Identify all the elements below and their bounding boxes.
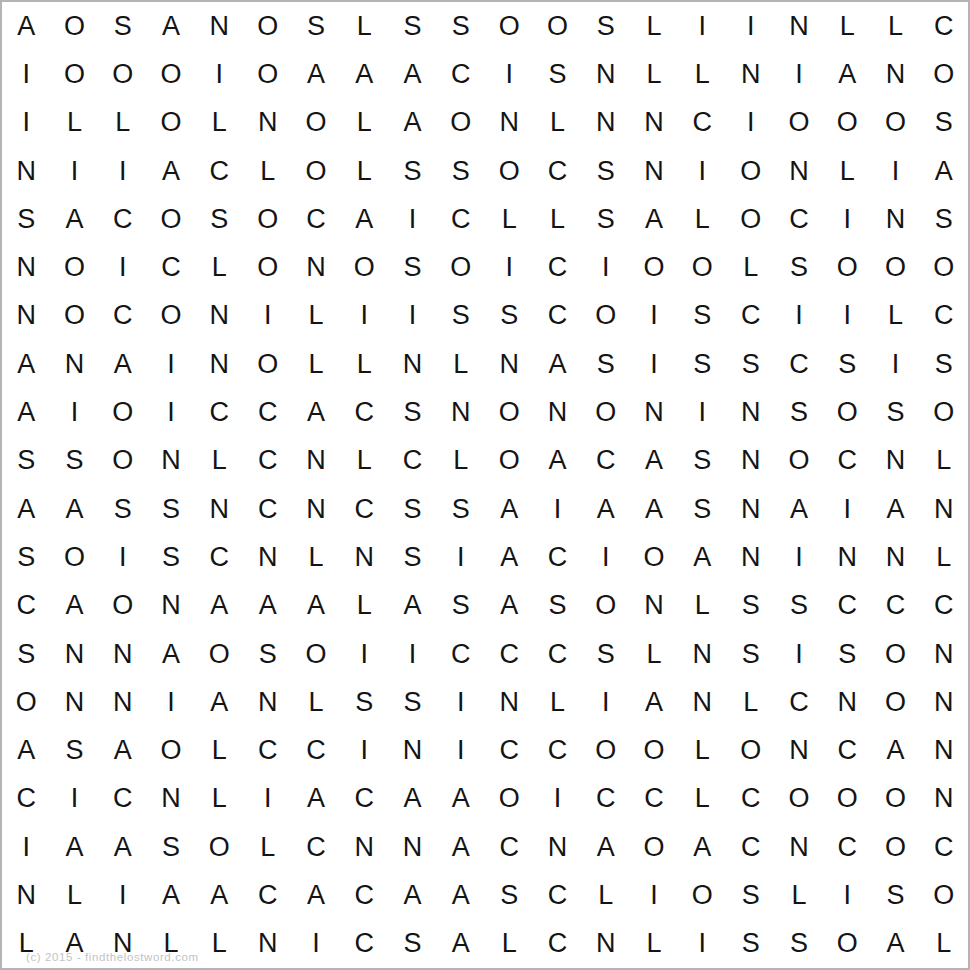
grid-cell[interactable]: O [823,775,871,823]
grid-cell[interactable]: A [437,823,485,871]
grid-cell[interactable]: O [533,2,581,50]
grid-cell[interactable]: I [678,147,726,195]
grid-cell[interactable]: O [50,50,98,98]
grid-cell[interactable]: S [678,340,726,388]
grid-cell[interactable]: L [195,437,243,485]
grid-cell[interactable]: C [582,437,630,485]
grid-cell[interactable]: S [533,50,581,98]
grid-cell[interactable]: C [340,920,388,968]
grid-cell[interactable]: L [726,243,774,291]
grid-cell[interactable]: C [340,871,388,919]
grid-cell[interactable]: O [243,340,291,388]
grid-cell[interactable]: S [582,2,630,50]
grid-cell[interactable]: I [871,147,919,195]
grid-cell[interactable]: L [195,243,243,291]
grid-cell[interactable]: S [147,533,195,581]
grid-cell[interactable]: I [99,243,147,291]
grid-cell[interactable]: A [50,195,98,243]
grid-cell[interactable]: S [726,340,774,388]
grid-cell[interactable]: S [871,871,919,919]
grid-cell[interactable]: O [485,775,533,823]
grid-cell[interactable]: N [388,340,436,388]
grid-cell[interactable]: N [195,2,243,50]
grid-cell[interactable]: N [243,920,291,968]
grid-cell[interactable]: O [340,243,388,291]
grid-cell[interactable]: S [147,485,195,533]
grid-cell[interactable]: N [920,775,968,823]
grid-cell[interactable]: C [775,678,823,726]
grid-cell[interactable]: A [871,920,919,968]
grid-cell[interactable]: S [388,2,436,50]
grid-cell[interactable]: S [437,292,485,340]
grid-cell[interactable]: O [871,243,919,291]
grid-cell[interactable]: L [243,147,291,195]
grid-cell[interactable]: C [533,292,581,340]
grid-cell[interactable]: N [582,50,630,98]
grid-cell[interactable]: A [292,871,340,919]
grid-cell[interactable]: O [920,50,968,98]
grid-cell[interactable]: A [630,437,678,485]
grid-cell[interactable]: I [871,340,919,388]
grid-cell[interactable]: C [2,582,50,630]
grid-cell[interactable]: C [533,630,581,678]
grid-cell[interactable]: I [823,195,871,243]
grid-cell[interactable]: N [340,823,388,871]
grid-cell[interactable]: I [437,726,485,774]
grid-cell[interactable]: C [243,871,291,919]
grid-cell[interactable]: C [99,195,147,243]
grid-cell[interactable]: C [292,195,340,243]
grid-cell[interactable]: O [775,437,823,485]
grid-cell[interactable]: O [630,823,678,871]
grid-cell[interactable]: N [678,678,726,726]
grid-cell[interactable]: A [582,485,630,533]
grid-cell[interactable]: I [2,823,50,871]
grid-cell[interactable]: N [292,485,340,533]
grid-cell[interactable]: L [340,147,388,195]
grid-cell[interactable]: L [195,920,243,968]
grid-cell[interactable]: N [2,243,50,291]
grid-cell[interactable]: N [147,437,195,485]
grid-cell[interactable]: C [243,726,291,774]
grid-cell[interactable]: I [388,195,436,243]
grid-cell[interactable]: L [195,99,243,147]
grid-cell[interactable]: L [920,920,968,968]
grid-cell[interactable]: I [437,678,485,726]
grid-cell[interactable]: A [485,533,533,581]
grid-cell[interactable]: C [243,485,291,533]
grid-cell[interactable]: N [871,50,919,98]
grid-cell[interactable]: O [823,243,871,291]
grid-cell[interactable]: S [920,99,968,147]
grid-cell[interactable]: A [99,726,147,774]
grid-cell[interactable]: O [582,388,630,436]
grid-cell[interactable]: O [147,50,195,98]
grid-cell[interactable]: N [726,533,774,581]
grid-cell[interactable]: C [823,726,871,774]
grid-cell[interactable]: A [678,533,726,581]
grid-cell[interactable]: O [726,147,774,195]
grid-cell[interactable]: O [243,2,291,50]
grid-cell[interactable]: S [50,726,98,774]
grid-cell[interactable]: C [243,388,291,436]
grid-cell[interactable]: A [388,775,436,823]
grid-cell[interactable]: I [50,388,98,436]
grid-cell[interactable]: O [147,726,195,774]
grid-cell[interactable]: L [678,726,726,774]
grid-cell[interactable]: C [775,340,823,388]
grid-cell[interactable]: S [388,678,436,726]
grid-cell[interactable]: C [243,437,291,485]
grid-cell[interactable]: O [823,99,871,147]
grid-cell[interactable]: L [195,726,243,774]
grid-cell[interactable]: I [50,147,98,195]
grid-cell[interactable]: L [533,678,581,726]
grid-cell[interactable]: A [388,50,436,98]
grid-cell[interactable]: C [726,823,774,871]
grid-cell[interactable]: S [775,582,823,630]
grid-cell[interactable]: I [388,292,436,340]
grid-cell[interactable]: A [775,485,823,533]
grid-cell[interactable]: I [340,292,388,340]
grid-cell[interactable]: O [195,630,243,678]
grid-cell[interactable]: A [437,775,485,823]
grid-cell[interactable]: O [678,243,726,291]
grid-cell[interactable]: C [823,437,871,485]
grid-cell[interactable]: S [50,437,98,485]
grid-cell[interactable]: C [99,775,147,823]
grid-cell[interactable]: S [2,630,50,678]
grid-cell[interactable]: C [823,823,871,871]
grid-cell[interactable]: L [630,920,678,968]
grid-cell[interactable]: N [292,437,340,485]
grid-cell[interactable]: O [582,292,630,340]
grid-cell[interactable]: I [823,292,871,340]
grid-cell[interactable]: L [99,99,147,147]
grid-cell[interactable]: C [195,533,243,581]
grid-cell[interactable]: C [871,582,919,630]
grid-cell[interactable]: L [775,871,823,919]
grid-cell[interactable]: L [340,99,388,147]
grid-cell[interactable]: O [147,195,195,243]
grid-cell[interactable]: O [920,388,968,436]
grid-cell[interactable]: L [292,292,340,340]
grid-cell[interactable]: A [437,920,485,968]
grid-cell[interactable]: O [243,195,291,243]
grid-cell[interactable]: O [871,678,919,726]
grid-cell[interactable]: A [388,871,436,919]
grid-cell[interactable]: N [630,388,678,436]
grid-cell[interactable]: I [340,726,388,774]
grid-cell[interactable]: A [823,50,871,98]
grid-cell[interactable]: A [533,437,581,485]
grid-cell[interactable]: S [147,823,195,871]
grid-cell[interactable]: N [823,533,871,581]
grid-cell[interactable]: A [50,823,98,871]
grid-cell[interactable]: N [50,340,98,388]
grid-cell[interactable]: S [678,485,726,533]
grid-cell[interactable]: S [920,340,968,388]
grid-cell[interactable]: A [871,485,919,533]
grid-cell[interactable]: A [292,388,340,436]
grid-cell[interactable]: L [50,99,98,147]
grid-cell[interactable]: O [582,582,630,630]
grid-cell[interactable]: A [485,485,533,533]
grid-cell[interactable]: C [437,630,485,678]
grid-cell[interactable]: A [2,388,50,436]
grid-cell[interactable]: N [726,50,774,98]
grid-cell[interactable]: I [775,533,823,581]
grid-cell[interactable]: O [99,388,147,436]
grid-cell[interactable]: L [340,582,388,630]
grid-cell[interactable]: A [871,726,919,774]
grid-cell[interactable]: C [340,775,388,823]
grid-cell[interactable]: A [2,340,50,388]
grid-cell[interactable]: N [630,147,678,195]
grid-cell[interactable]: C [775,195,823,243]
grid-cell[interactable]: L [533,195,581,243]
grid-cell[interactable]: I [533,775,581,823]
grid-cell[interactable]: S [340,678,388,726]
grid-cell[interactable]: C [823,582,871,630]
grid-cell[interactable]: I [582,678,630,726]
grid-cell[interactable]: A [147,871,195,919]
grid-cell[interactable]: L [437,340,485,388]
grid-cell[interactable]: C [533,533,581,581]
grid-cell[interactable]: S [388,920,436,968]
grid-cell[interactable]: C [726,292,774,340]
grid-cell[interactable]: S [823,630,871,678]
grid-cell[interactable]: N [871,533,919,581]
grid-cell[interactable]: S [485,292,533,340]
grid-cell[interactable]: C [533,871,581,919]
grid-cell[interactable]: N [2,147,50,195]
grid-cell[interactable]: C [920,582,968,630]
grid-cell[interactable]: A [340,50,388,98]
grid-cell[interactable]: A [630,678,678,726]
grid-cell[interactable]: N [340,533,388,581]
grid-cell[interactable]: L [871,2,919,50]
grid-cell[interactable]: C [920,823,968,871]
grid-cell[interactable]: S [533,582,581,630]
grid-cell[interactable]: N [630,99,678,147]
grid-cell[interactable]: N [243,99,291,147]
grid-cell[interactable]: A [292,50,340,98]
grid-cell[interactable]: N [678,630,726,678]
grid-cell[interactable]: S [726,582,774,630]
grid-cell[interactable]: A [50,485,98,533]
grid-cell[interactable]: A [99,340,147,388]
grid-cell[interactable]: O [50,2,98,50]
grid-cell[interactable]: I [630,292,678,340]
grid-cell[interactable]: A [630,195,678,243]
grid-cell[interactable]: N [147,582,195,630]
grid-cell[interactable]: C [437,50,485,98]
grid-cell[interactable]: A [678,823,726,871]
grid-cell[interactable]: O [871,630,919,678]
grid-cell[interactable]: A [2,726,50,774]
grid-cell[interactable]: N [50,630,98,678]
grid-cell[interactable]: S [726,871,774,919]
grid-cell[interactable]: C [292,823,340,871]
grid-cell[interactable]: I [775,292,823,340]
grid-cell[interactable]: L [292,340,340,388]
grid-cell[interactable]: C [485,823,533,871]
grid-cell[interactable]: L [678,775,726,823]
grid-cell[interactable]: L [340,437,388,485]
grid-cell[interactable]: S [99,485,147,533]
grid-cell[interactable]: O [485,147,533,195]
grid-cell[interactable]: S [388,147,436,195]
grid-cell[interactable]: C [533,726,581,774]
grid-cell[interactable]: O [871,823,919,871]
grid-cell[interactable]: N [292,243,340,291]
grid-cell[interactable]: O [485,437,533,485]
grid-cell[interactable]: C [2,775,50,823]
grid-cell[interactable]: C [340,388,388,436]
grid-cell[interactable]: A [147,2,195,50]
grid-cell[interactable]: I [147,340,195,388]
grid-cell[interactable]: L [437,437,485,485]
grid-cell[interactable]: S [437,147,485,195]
grid-cell[interactable]: N [775,2,823,50]
grid-cell[interactable]: I [147,678,195,726]
grid-cell[interactable]: A [388,582,436,630]
grid-cell[interactable]: N [823,678,871,726]
grid-cell[interactable]: N [243,678,291,726]
grid-cell[interactable]: I [630,871,678,919]
grid-cell[interactable]: I [726,2,774,50]
grid-cell[interactable]: I [50,775,98,823]
grid-cell[interactable]: C [99,292,147,340]
grid-cell[interactable]: S [920,195,968,243]
grid-cell[interactable]: I [243,775,291,823]
grid-cell[interactable]: I [823,485,871,533]
grid-cell[interactable]: I [775,50,823,98]
grid-cell[interactable]: N [2,292,50,340]
grid-cell[interactable]: O [2,678,50,726]
grid-cell[interactable]: S [582,147,630,195]
grid-cell[interactable]: L [678,50,726,98]
grid-cell[interactable]: S [99,2,147,50]
grid-cell[interactable]: O [920,243,968,291]
grid-cell[interactable]: S [775,388,823,436]
grid-cell[interactable]: N [243,533,291,581]
grid-cell[interactable]: O [99,50,147,98]
grid-cell[interactable]: C [485,630,533,678]
grid-cell[interactable]: L [823,2,871,50]
grid-cell[interactable]: I [388,630,436,678]
grid-cell[interactable]: L [920,437,968,485]
grid-cell[interactable]: A [147,147,195,195]
grid-cell[interactable]: O [50,243,98,291]
grid-cell[interactable]: O [871,99,919,147]
grid-cell[interactable]: S [292,2,340,50]
grid-cell[interactable]: O [823,920,871,968]
grid-cell[interactable]: N [871,195,919,243]
grid-cell[interactable]: A [243,582,291,630]
grid-cell[interactable]: I [485,243,533,291]
grid-cell[interactable]: O [485,2,533,50]
grid-cell[interactable]: N [485,340,533,388]
grid-cell[interactable]: S [243,630,291,678]
grid-cell[interactable]: N [920,678,968,726]
grid-cell[interactable]: L [50,871,98,919]
grid-cell[interactable]: I [485,50,533,98]
grid-cell[interactable]: O [437,99,485,147]
grid-cell[interactable]: C [726,775,774,823]
grid-cell[interactable]: C [920,2,968,50]
grid-cell[interactable]: O [292,147,340,195]
grid-cell[interactable]: L [871,292,919,340]
grid-cell[interactable]: A [340,195,388,243]
grid-cell[interactable]: L [678,582,726,630]
grid-cell[interactable]: A [2,2,50,50]
grid-cell[interactable]: L [195,775,243,823]
grid-cell[interactable]: L [292,678,340,726]
grid-cell[interactable]: A [920,147,968,195]
grid-cell[interactable]: I [99,533,147,581]
grid-cell[interactable]: C [485,726,533,774]
grid-cell[interactable]: N [485,678,533,726]
grid-cell[interactable]: I [678,388,726,436]
grid-cell[interactable]: I [2,50,50,98]
grid-cell[interactable]: N [437,388,485,436]
grid-cell[interactable]: N [582,920,630,968]
grid-cell[interactable]: I [147,388,195,436]
grid-cell[interactable]: I [243,292,291,340]
grid-cell[interactable]: C [195,147,243,195]
grid-cell[interactable]: N [920,485,968,533]
grid-cell[interactable]: L [823,147,871,195]
grid-cell[interactable]: C [147,243,195,291]
grid-cell[interactable]: A [388,99,436,147]
grid-cell[interactable]: A [630,485,678,533]
grid-cell[interactable]: O [775,775,823,823]
grid-cell[interactable]: S [775,243,823,291]
grid-cell[interactable]: O [292,630,340,678]
grid-cell[interactable]: A [195,871,243,919]
grid-cell[interactable]: O [726,195,774,243]
grid-cell[interactable]: N [147,775,195,823]
grid-cell[interactable]: S [582,340,630,388]
grid-cell[interactable]: S [485,871,533,919]
grid-cell[interactable]: S [726,920,774,968]
grid-cell[interactable]: S [2,195,50,243]
grid-cell[interactable]: O [485,388,533,436]
grid-cell[interactable]: S [678,437,726,485]
grid-cell[interactable]: C [388,437,436,485]
grid-cell[interactable]: N [775,147,823,195]
grid-cell[interactable]: C [195,388,243,436]
grid-cell[interactable]: I [292,920,340,968]
grid-cell[interactable]: S [2,533,50,581]
grid-cell[interactable]: N [533,388,581,436]
grid-cell[interactable]: O [678,871,726,919]
grid-cell[interactable]: A [533,340,581,388]
grid-cell[interactable]: I [437,533,485,581]
grid-cell[interactable]: N [726,437,774,485]
grid-cell[interactable]: L [678,195,726,243]
grid-cell[interactable]: S [437,485,485,533]
grid-cell[interactable]: A [50,582,98,630]
grid-cell[interactable]: I [340,630,388,678]
grid-cell[interactable]: S [388,485,436,533]
grid-cell[interactable]: A [195,678,243,726]
grid-cell[interactable]: O [920,871,968,919]
grid-cell[interactable]: O [147,292,195,340]
grid-cell[interactable]: S [388,533,436,581]
